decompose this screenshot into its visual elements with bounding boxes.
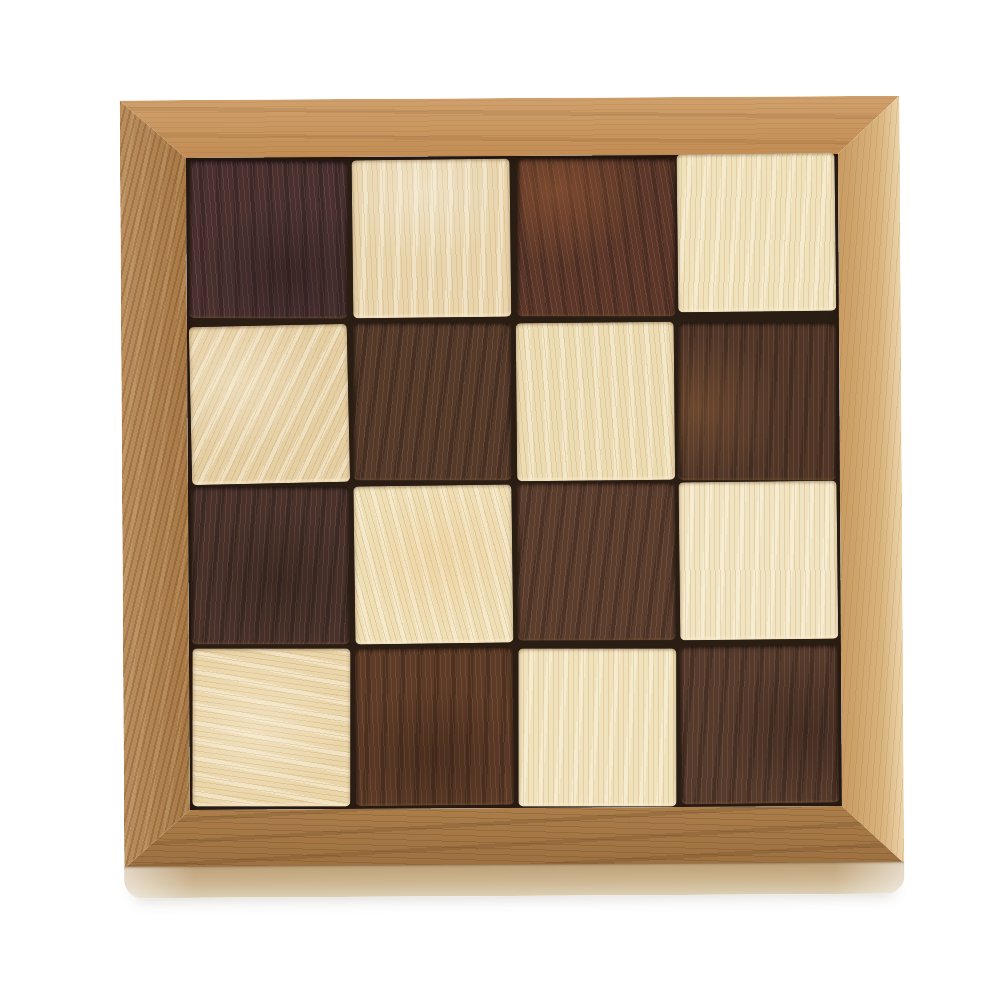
- block-dark-r1c1[interactable]: [189, 160, 347, 318]
- block-light-r1c4[interactable]: [677, 153, 837, 313]
- frame-left-rail: [120, 100, 191, 868]
- block-light-r4c1[interactable]: [192, 649, 350, 807]
- block-dark-r2c4[interactable]: [679, 322, 837, 480]
- frame-top-rail: [120, 96, 900, 159]
- box-front-side: [124, 862, 904, 899]
- block-light-r1c2[interactable]: [351, 159, 511, 319]
- photo-background: [0, 0, 1000, 1000]
- tray: [186, 154, 842, 810]
- block-dark-r4c2[interactable]: [354, 647, 513, 806]
- box-top-face: [120, 96, 905, 869]
- block-light-r3c2[interactable]: [353, 484, 513, 644]
- block-dark-r2c2[interactable]: [353, 322, 511, 480]
- block-light-r2c3[interactable]: [515, 321, 674, 480]
- block-light-r4c3[interactable]: [518, 649, 676, 807]
- puzzle-box: [120, 96, 905, 899]
- block-light-r3c4[interactable]: [679, 480, 839, 640]
- block-dark-r1c3[interactable]: [517, 158, 675, 316]
- block-dark-r4c4[interactable]: [680, 645, 840, 805]
- frame-right-rail: [838, 96, 905, 864]
- block-dark-r3c1[interactable]: [191, 486, 349, 644]
- block-light-r2c1[interactable]: [189, 324, 350, 485]
- frame-bottom-rail: [124, 806, 904, 869]
- block-dark-r3c3[interactable]: [517, 482, 675, 640]
